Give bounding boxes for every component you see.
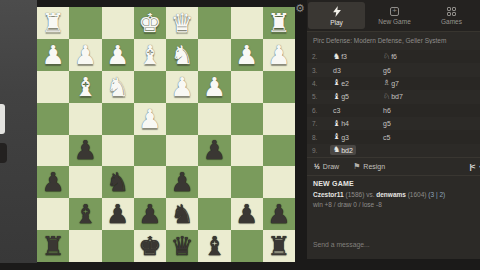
square-e2[interactable]: ♝: [134, 39, 166, 71]
square-d7[interactable]: ♞: [166, 198, 198, 230]
piece-bP-a7: ♟: [263, 198, 295, 230]
move-black[interactable]: ♘bd7: [374, 92, 424, 102]
piece-wP-d3: ♟: [166, 71, 198, 103]
move-row: 8.♝g3c5: [307, 130, 480, 143]
piece-wQ-d1: ♛: [166, 7, 198, 39]
square-a6[interactable]: [263, 166, 295, 198]
piece-bN-d7: ♞: [166, 198, 198, 230]
square-f6[interactable]: ♞: [102, 166, 134, 198]
piece-wP-e4: ♟: [134, 103, 166, 135]
square-d8[interactable]: ♛: [166, 230, 198, 262]
piece-wP-a2: ♟: [263, 39, 295, 71]
square-a7[interactable]: ♟: [263, 198, 295, 230]
square-h8[interactable]: ♜: [37, 230, 69, 262]
square-g7[interactable]: ♝: [69, 198, 101, 230]
action-bar: ½ Draw ⚑ Resign |< <: [307, 157, 480, 176]
square-c8[interactable]: ♝: [198, 230, 230, 262]
piece-bP-d6: ♟: [166, 166, 198, 198]
square-d6[interactable]: ♟: [166, 166, 198, 198]
move-white[interactable]: d3: [324, 66, 374, 75]
square-f3[interactable]: ♞: [102, 71, 134, 103]
grid-icon: [447, 7, 456, 16]
move-number: 7.: [307, 120, 324, 127]
new-game-info: NEW GAME Czestor11 (1586) vs. denwams (1…: [313, 180, 478, 208]
square-a5[interactable]: [263, 135, 295, 167]
piece-wP-g2: ♟: [69, 39, 101, 71]
move-list: 2.♞f3♘f63.d3g64.♝e2♗g75.♝g5♘bd76.c3h67.♝…: [307, 50, 480, 157]
move-number: 5.: [307, 93, 324, 100]
square-h2[interactable]: ♟: [37, 39, 69, 71]
captured-piece-partial-light: [0, 104, 5, 134]
figurine-icon: ♝: [333, 120, 340, 128]
move-white[interactable]: ♞bd2: [324, 145, 374, 155]
move-row: 6.c3h6: [307, 104, 480, 117]
piece-wB-g3: ♝: [69, 71, 101, 103]
figurine-icon: ♗: [383, 79, 390, 87]
square-g2[interactable]: ♟: [69, 39, 101, 71]
square-e7[interactable]: ♟: [134, 198, 166, 230]
square-d2[interactable]: ♞: [166, 39, 198, 71]
tab-games[interactable]: Games: [423, 0, 480, 31]
square-b7[interactable]: ♟: [231, 198, 263, 230]
piece-wB-e2: ♝: [134, 39, 166, 71]
piece-bP-b7: ♟: [231, 198, 263, 230]
black-player-rating: (1604): [408, 191, 427, 198]
time-control: (3 | 2): [428, 191, 445, 198]
square-a8[interactable]: ♜: [263, 230, 295, 262]
square-g8[interactable]: [69, 230, 101, 262]
square-f2[interactable]: ♟: [102, 39, 134, 71]
piece-wP-f2: ♟: [102, 39, 134, 71]
square-g3[interactable]: ♝: [69, 71, 101, 103]
move-number: 9.: [307, 147, 324, 154]
square-h7[interactable]: [37, 198, 69, 230]
tab-games-label: Games: [441, 18, 462, 25]
piece-bB-c8: ♝: [198, 230, 230, 262]
move-row: 2.♞f3♘f6: [307, 50, 480, 63]
square-d5[interactable]: [166, 135, 198, 167]
square-f1[interactable]: [102, 7, 134, 39]
square-a4[interactable]: [263, 103, 295, 135]
square-h1[interactable]: ♜: [37, 7, 69, 39]
square-e1[interactable]: ♚: [134, 7, 166, 39]
move-nav: |< <: [464, 162, 480, 171]
square-e3[interactable]: [134, 71, 166, 103]
square-c2[interactable]: [198, 39, 230, 71]
move-row: 5.♝g5♘bd7: [307, 90, 480, 103]
square-g6[interactable]: [69, 166, 101, 198]
square-h5[interactable]: [37, 135, 69, 167]
square-c5[interactable]: ♟: [198, 135, 230, 167]
tab-new-game[interactable]: + New Game: [366, 0, 423, 31]
piece-wN-d2: ♞: [166, 39, 198, 71]
half-point-icon: ½: [314, 163, 320, 170]
white-player-name: Czestor11: [313, 191, 344, 198]
piece-bK-e8: ♚: [134, 230, 166, 262]
square-f8[interactable]: [102, 230, 134, 262]
move-black[interactable]: ♗g7: [374, 78, 424, 88]
plus-square-icon: +: [390, 7, 399, 16]
figurine-icon: ♞: [333, 53, 340, 61]
square-f7[interactable]: ♟: [102, 198, 134, 230]
left-panel-strip: [0, 0, 37, 263]
resign-flag-icon: ⚑: [353, 162, 360, 171]
square-b6[interactable]: [231, 166, 263, 198]
resign-button-label: Resign: [363, 163, 385, 170]
white-player-rating: (1586): [346, 191, 365, 198]
move-number: 3.: [307, 67, 324, 74]
move-number: 6.: [307, 107, 324, 114]
move-row: 7.♝h4g5: [307, 117, 480, 130]
square-b3[interactable]: [231, 71, 263, 103]
piece-bP-e7: ♟: [134, 198, 166, 230]
black-player-name: denwams: [376, 191, 406, 198]
figurine-icon: ♘: [383, 53, 390, 61]
tab-new-game-label: New Game: [378, 18, 411, 25]
move-number: 4.: [307, 80, 324, 87]
move-white[interactable]: ♝g3: [324, 132, 374, 142]
square-b1[interactable]: [231, 7, 263, 39]
tab-play-label: Play: [330, 19, 343, 26]
square-d3[interactable]: ♟: [166, 71, 198, 103]
move-black[interactable]: c5: [374, 133, 424, 142]
rating-stakes: win +8 / draw 0 / lose -8: [313, 201, 478, 208]
piece-bP-h6: ♟: [37, 166, 69, 198]
square-e6[interactable]: [134, 166, 166, 198]
square-h4[interactable]: [37, 103, 69, 135]
chess-board: ♜♚♛♜♟♟♟♝♞♟♟♝♞♟♟♟♟♟♟♞♟♝♟♟♞♟♟♜♚♛♝♜: [37, 7, 295, 262]
lightning-icon: [333, 6, 341, 17]
piece-wP-b2: ♟: [231, 39, 263, 71]
figurine-icon: ♝: [333, 79, 340, 87]
move-number: 8.: [307, 134, 324, 141]
resign-button[interactable]: ⚑ Resign: [346, 162, 392, 171]
piece-bR-h8: ♜: [37, 230, 69, 262]
new-game-heading: NEW GAME: [313, 180, 478, 187]
square-c3[interactable]: ♟: [198, 71, 230, 103]
move-white[interactable]: ♞f3: [324, 52, 374, 62]
piece-bP-g5: ♟: [69, 135, 101, 167]
move-row: 3.d3g6: [307, 63, 480, 76]
square-a2[interactable]: ♟: [263, 39, 295, 71]
figurine-icon: ♝: [333, 93, 340, 101]
figurine-icon: ♞: [333, 146, 340, 154]
move-white[interactable]: ♝e2: [324, 78, 374, 88]
move-black[interactable]: g5: [374, 119, 424, 128]
move-white[interactable]: ♝h4: [324, 119, 374, 129]
square-b2[interactable]: ♟: [231, 39, 263, 71]
square-g1[interactable]: [69, 7, 101, 39]
settings-gear-icon[interactable]: ⚙: [294, 2, 306, 16]
square-c7[interactable]: [198, 198, 230, 230]
piece-wK-e1: ♚: [134, 7, 166, 39]
square-b8[interactable]: [231, 230, 263, 262]
players-line: Czestor11 (1586) vs. denwams (1604) (3 |…: [313, 191, 478, 198]
square-c4[interactable]: [198, 103, 230, 135]
square-e5[interactable]: [134, 135, 166, 167]
square-c1[interactable]: [198, 7, 230, 39]
square-a3[interactable]: [263, 71, 295, 103]
move-white[interactable]: ♝g5: [324, 92, 374, 102]
square-g5[interactable]: ♟: [69, 135, 101, 167]
piece-bP-c5: ♟: [198, 135, 230, 167]
square-d4[interactable]: [166, 103, 198, 135]
piece-wR-a1: ♜: [263, 7, 295, 39]
figurine-icon: ♝: [333, 133, 340, 141]
square-b4[interactable]: [231, 103, 263, 135]
piece-bR-a8: ♜: [263, 230, 295, 262]
piece-bB-g7: ♝: [69, 198, 101, 230]
square-c6[interactable]: [198, 166, 230, 198]
square-b5[interactable]: [231, 135, 263, 167]
opening-name: Pirc Defense: Modern Defense, Geller Sys…: [313, 37, 478, 44]
draw-button-label: Draw: [323, 163, 339, 170]
chat-input-placeholder[interactable]: Send a message...: [313, 241, 473, 248]
square-a1[interactable]: ♜: [263, 7, 295, 39]
game-sidebar: Play + New Game Games Pirc Defense: Mode…: [307, 0, 480, 259]
move-row: 9.♞bd2: [307, 144, 480, 157]
piece-wN-f3: ♞: [102, 71, 134, 103]
tab-play[interactable]: Play: [308, 2, 365, 29]
vs-label: vs.: [366, 191, 374, 198]
move-number: 2.: [307, 53, 324, 60]
move-black[interactable]: ♘f6: [374, 52, 424, 62]
piece-wP-h2: ♟: [37, 39, 69, 71]
square-e4[interactable]: ♟: [134, 103, 166, 135]
square-f4[interactable]: [102, 103, 134, 135]
piece-wP-c3: ♟: [198, 71, 230, 103]
move-white[interactable]: c3: [324, 106, 374, 115]
piece-bQ-d8: ♛: [166, 230, 198, 262]
piece-bP-f7: ♟: [102, 198, 134, 230]
draw-button[interactable]: ½ Draw: [307, 163, 346, 170]
figurine-icon: ♘: [383, 93, 390, 101]
move-black[interactable]: h6: [374, 106, 424, 115]
square-g4[interactable]: [69, 103, 101, 135]
square-d1[interactable]: ♛: [166, 7, 198, 39]
go-to-start-button[interactable]: |<: [464, 162, 479, 171]
square-e8[interactable]: ♚: [134, 230, 166, 262]
sidebar-tabs: Play + New Game Games: [307, 0, 480, 32]
move-black[interactable]: g6: [374, 66, 424, 75]
piece-wR-h1: ♜: [37, 7, 69, 39]
square-h3[interactable]: [37, 71, 69, 103]
square-h6[interactable]: ♟: [37, 166, 69, 198]
square-f5[interactable]: [102, 135, 134, 167]
captured-piece-partial-dark: [0, 143, 7, 163]
move-row: 4.♝e2♗g7: [307, 77, 480, 90]
piece-bN-f6: ♞: [102, 166, 134, 198]
